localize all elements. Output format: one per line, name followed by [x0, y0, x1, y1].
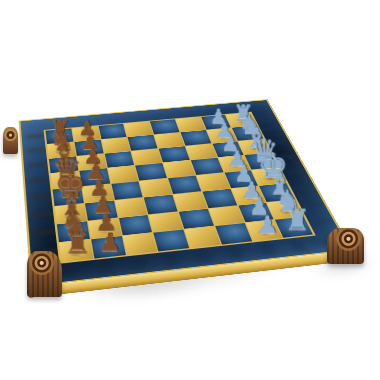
square-h1: ♜ [59, 240, 93, 263]
square-d4 [135, 163, 166, 180]
square-h6 [215, 223, 252, 244]
square-h2: ♟ [91, 236, 126, 258]
square-h3 [122, 233, 157, 255]
square-d5 [163, 160, 195, 177]
piece-black-rook: ♜ [282, 206, 312, 234]
square-h7: ♟ [245, 220, 282, 241]
piece-white-rook: ♜ [61, 229, 93, 259]
square-h5 [184, 226, 220, 248]
board-foot-front-left [27, 251, 62, 297]
chess-board: ♜♟♟♜♞♟♟♞♝♟♟♝♛♟♟♛♚♟♟♚♝♟♟♝♞♟♟♞♜♟♟♜ [19, 99, 353, 287]
piece-black-pawn: ♟ [252, 213, 283, 237]
chess-set-product-photo: ♜♟♟♜♞♟♟♞♝♟♟♝♛♟♟♛♚♟♟♚♝♟♟♝♞♟♟♞♜♟♟♜ [0, 0, 380, 380]
square-b5 [154, 132, 184, 148]
piece-white-pawn: ♟ [94, 230, 125, 255]
square-f4 [144, 195, 177, 214]
board-foot-back-left [3, 127, 18, 154]
square-f6 [202, 189, 236, 208]
square-g6 [208, 205, 244, 225]
square-e6 [196, 173, 229, 191]
square-h4 [154, 230, 190, 252]
square-g4 [149, 212, 184, 233]
square-g5 [179, 209, 214, 229]
board-foot-front-right [327, 228, 364, 264]
